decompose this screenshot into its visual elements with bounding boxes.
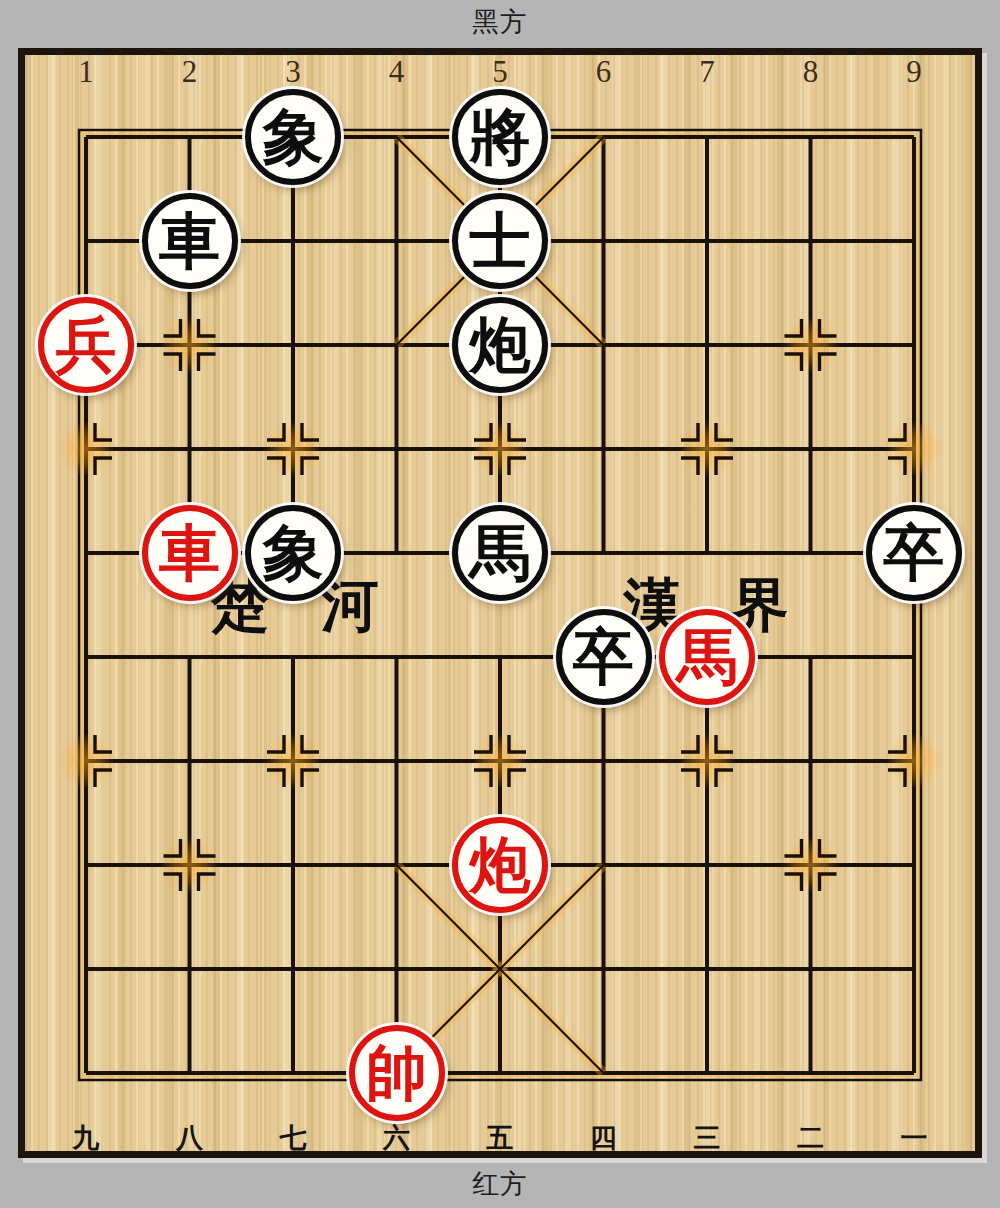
file-chinese-label: 八 [138, 1120, 242, 1156]
piece-glyph: 炮 [470, 315, 531, 376]
piece-red-chariot[interactable]: 車 [142, 505, 238, 601]
piece-glyph: 將 [470, 107, 531, 168]
file-chinese-label: 五 [448, 1120, 552, 1156]
file-chinese-label: 九 [34, 1120, 138, 1156]
piece-black-cannon[interactable]: 炮 [452, 297, 548, 393]
piece-black-advisor[interactable]: 士 [452, 193, 548, 289]
piece-black-elephant[interactable]: 象 [245, 505, 341, 601]
piece-glyph: 卒 [573, 627, 634, 688]
piece-glyph: 兵 [56, 315, 117, 376]
piece-black-chariot[interactable]: 車 [142, 193, 238, 289]
piece-glyph: 象 [263, 107, 324, 168]
file-chinese-label: 三 [655, 1120, 759, 1156]
file-chinese-label: 六 [345, 1120, 449, 1156]
file-chinese-label: 四 [552, 1120, 656, 1156]
bottom-file-coordinates: 九八七六五四三二一 [34, 1120, 966, 1156]
file-chinese-label: 二 [759, 1120, 863, 1156]
piece-glyph: 帥 [366, 1043, 427, 1104]
piece-glyph: 車 [159, 211, 220, 272]
piece-red-soldier[interactable]: 兵 [38, 297, 134, 393]
piece-glyph: 馬 [677, 627, 738, 688]
piece-glyph: 炮 [470, 835, 531, 896]
piece-glyph: 車 [159, 523, 220, 584]
piece-black-soldier[interactable]: 卒 [866, 505, 962, 601]
piece-glyph: 卒 [884, 523, 945, 584]
xiangqi-board-screen: 黑方 楚河漢界 123456789 九八七六五四三二一 象將車士兵炮車象馬卒卒馬… [0, 0, 1000, 1208]
top-file-coordinates: 123456789 [34, 54, 966, 86]
piece-glyph: 馬 [470, 523, 531, 584]
file-chinese-label: 七 [241, 1120, 345, 1156]
piece-black-soldier[interactable]: 卒 [556, 609, 652, 705]
piece-black-horse[interactable]: 馬 [452, 505, 548, 601]
piece-black-general[interactable]: 將 [452, 89, 548, 185]
piece-red-horse[interactable]: 馬 [659, 609, 755, 705]
piece-black-elephant[interactable]: 象 [245, 89, 341, 185]
file-chinese-label: 一 [862, 1120, 966, 1156]
piece-red-general[interactable]: 帥 [349, 1025, 445, 1121]
pieces-grid: 象將車士兵炮車象馬卒卒馬炮帥 [34, 85, 966, 1125]
piece-glyph: 士 [470, 211, 531, 272]
piece-red-cannon[interactable]: 炮 [452, 817, 548, 913]
red-side-label: 红方 [0, 1166, 1000, 1202]
black-side-label: 黑方 [0, 4, 1000, 40]
piece-glyph: 象 [263, 523, 324, 584]
